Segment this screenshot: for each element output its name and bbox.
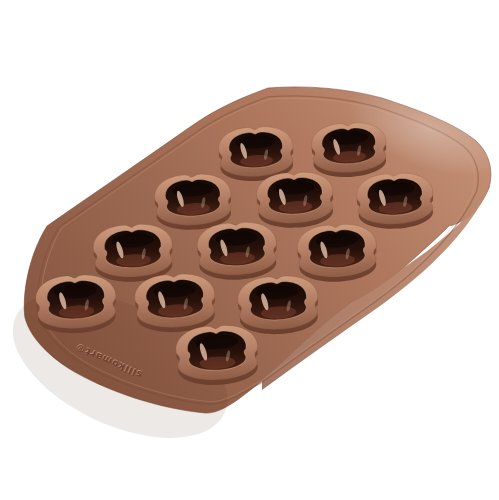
cavity (256, 171, 335, 230)
cavity (196, 221, 278, 282)
cavity (175, 324, 260, 387)
chocolate-mold-illustration: silikomart® silikomart® (0, 0, 499, 500)
cavity (92, 223, 174, 284)
product-photo: silikomart® silikomart® (0, 0, 499, 500)
cavity (356, 172, 435, 231)
cavity (154, 173, 233, 232)
cavity (237, 274, 320, 336)
cavity (296, 223, 378, 284)
cavity (134, 272, 217, 334)
cavity (311, 121, 388, 179)
cavity (35, 273, 118, 335)
